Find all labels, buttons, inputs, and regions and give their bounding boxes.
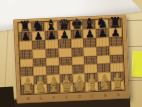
photo-scene: ♜♞♝♛♚♝♞♜♟♟♟♟♟♟♟♟♟♟♟♟♟♟♟♟♜♞♝♛♚♝♞♜ HGFEDCB…: [0, 0, 142, 107]
rank-label: 8: [121, 21, 126, 25]
file-label: E: [60, 93, 73, 101]
rank-label: 1: [124, 83, 129, 87]
file-label: F: [47, 94, 60, 102]
rank-label: 7: [122, 30, 127, 34]
board-square: ♚: [73, 83, 86, 92]
file-label: B: [99, 91, 112, 99]
sticky-note: [131, 51, 142, 78]
file-label: D: [73, 92, 86, 100]
rank-label: 5: [123, 48, 128, 52]
chess-board: ♜♞♝♛♚♝♞♜♟♟♟♟♟♟♟♟♟♟♟♟♟♟♟♟♜♞♝♛♚♝♞♜ HGFEDCB…: [13, 15, 130, 104]
rank-label: 2: [124, 74, 129, 78]
rank-label: 3: [123, 65, 128, 69]
board-square: ♞: [98, 81, 111, 90]
file-label: H: [22, 95, 35, 103]
file-label: G: [34, 94, 47, 102]
corner-shadow: [0, 86, 15, 107]
board-square: ♞: [34, 84, 47, 93]
board-grid: ♜♞♝♛♚♝♞♜♟♟♟♟♟♟♟♟♟♟♟♟♟♟♟♟♜♞♝♛♚♝♞♜: [18, 19, 124, 94]
file-label: C: [86, 92, 99, 100]
board-square: ♜: [111, 81, 124, 90]
file-label: A: [112, 91, 125, 99]
board-square: ♜: [21, 85, 34, 94]
board-square: ♛: [60, 83, 73, 92]
rank-label: 6: [122, 39, 127, 43]
cloth-fold: [4, 0, 65, 6]
rank-label: 4: [123, 56, 128, 60]
board-square: ♝: [47, 84, 60, 93]
board-square: ♝: [85, 82, 98, 91]
